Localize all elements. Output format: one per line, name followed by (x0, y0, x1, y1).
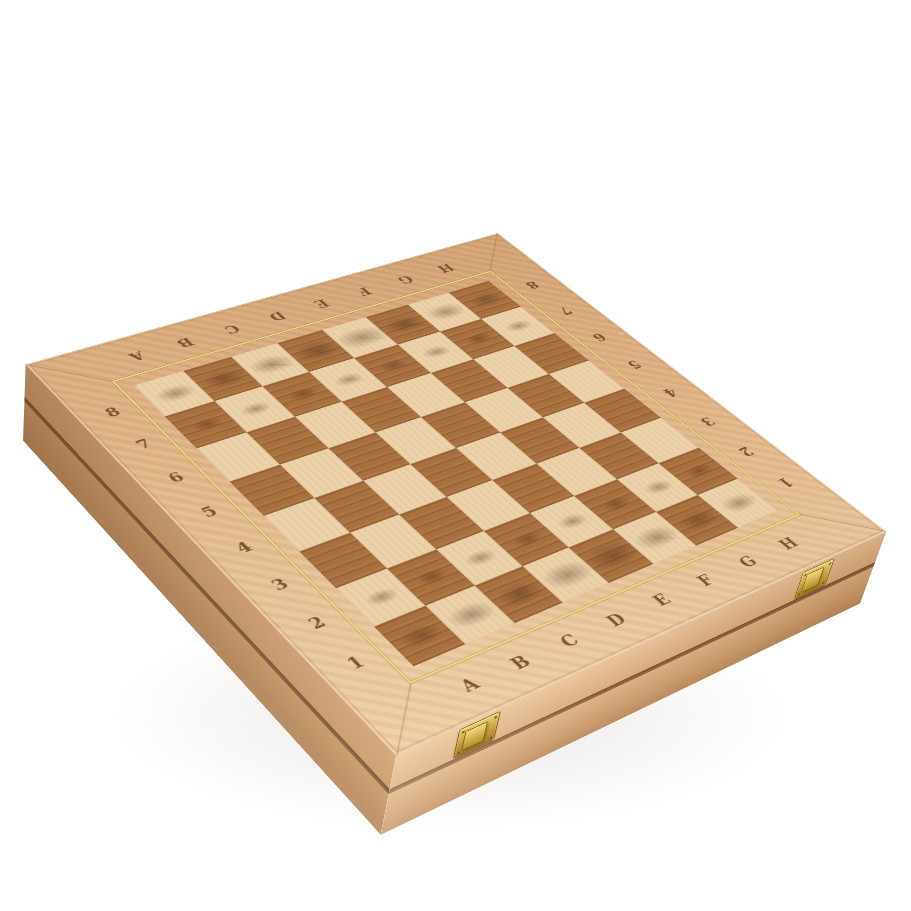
square-b5[interactable] (280, 448, 363, 498)
coord-label-bottom-B: B (505, 651, 535, 672)
coord-label-right-5: 5 (623, 358, 645, 372)
square-b6[interactable] (247, 417, 329, 465)
border-mitre (800, 514, 886, 531)
square-a4[interactable] (264, 498, 350, 551)
square-c4[interactable] (363, 464, 446, 514)
coord-label-left-8: 8 (101, 404, 124, 420)
coord-label-left-4: 4 (231, 538, 256, 556)
coord-label-bottom-G: G (734, 552, 762, 570)
square-b4[interactable] (314, 481, 399, 533)
finial-tan-ball (311, 276, 321, 286)
coord-label-left-7: 7 (131, 436, 155, 452)
coord-label-bottom-C: C (555, 630, 583, 650)
product-photo-scene: 88AA77BB66CC55DD44EE33FF22GG11HH ♜♞♟♝♟♚♟… (0, 0, 911, 911)
square-c5[interactable] (329, 432, 411, 480)
coord-label-bottom-H: H (774, 534, 802, 552)
coord-label-bottom-A: A (455, 674, 484, 695)
square-a6[interactable] (197, 432, 280, 481)
coord-label-bottom-D: D (601, 610, 630, 630)
coord-label-right-1: 1 (774, 475, 798, 491)
coord-label-right-6: 6 (589, 331, 611, 344)
coord-label-left-2: 2 (303, 613, 330, 633)
coord-label-left-3: 3 (266, 575, 292, 594)
border-mitre (396, 684, 411, 756)
coord-label-right-7: 7 (555, 305, 576, 318)
coord-label-right-4: 4 (659, 386, 682, 400)
coord-label-bottom-E: E (648, 590, 675, 609)
coord-label-bottom-F: F (692, 571, 718, 589)
coord-label-left-6: 6 (163, 469, 187, 486)
square-a5[interactable] (230, 465, 315, 516)
coord-label-left-5: 5 (197, 503, 222, 520)
coord-label-left-1: 1 (342, 652, 369, 673)
square-d4[interactable] (410, 448, 492, 497)
